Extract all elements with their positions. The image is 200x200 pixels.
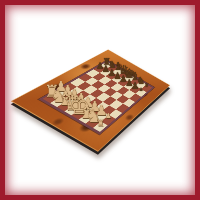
piece-white-rook-h1: ♜ — [96, 119, 104, 127]
chess-set-photo: ♜♞♝♛♚♝♞♜♟♟♟♟♟♟♟♟♟♟♟♟♟♟♟♟♜♞♝♛♚♝♞♜ — [0, 0, 200, 200]
piece-black-rook-h8: ♜ — [144, 84, 149, 89]
piece-white-pawn-h2: ♟ — [105, 113, 112, 120]
pieces-layer: ♜♞♝♛♚♝♞♜♟♟♟♟♟♟♟♟♟♟♟♟♟♟♟♟♜♞♝♛♚♝♞♜ — [0, 0, 200, 200]
piece-black-pawn-h7: ♟ — [139, 88, 144, 93]
